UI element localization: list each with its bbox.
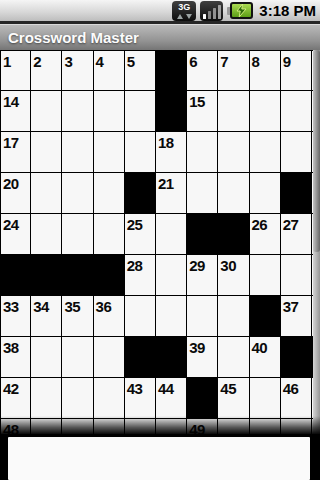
black-cell [31,255,62,296]
grid-cell[interactable]: 28 [125,255,156,296]
grid-cell[interactable]: 44 [156,378,187,419]
black-cell [187,214,218,255]
grid-cell[interactable]: 5 [125,50,156,91]
bottom-fade-overlay [0,416,320,435]
grid-cell[interactable] [31,91,62,132]
scrollbar-thumb[interactable] [313,50,320,252]
grid-cell[interactable]: 36 [94,296,125,337]
clue-number: 34 [31,296,61,314]
black-cell [218,214,249,255]
grid-cell[interactable] [218,173,249,214]
signal-strength-icon [200,1,223,21]
clue-number: 38 [1,337,30,355]
grid-cell[interactable]: 29 [187,255,218,296]
grid-cell[interactable]: 38 [0,337,31,378]
grid-cell[interactable] [125,296,156,337]
grid-cell[interactable] [62,132,93,173]
clue-number: 29 [187,255,217,273]
clue-number: 14 [1,91,30,109]
grid-cell[interactable]: 26 [250,214,281,255]
grid-cell[interactable] [281,132,312,173]
clue-number: 35 [62,296,92,314]
grid-cell[interactable]: 34 [31,296,62,337]
grid-cell[interactable]: 46 [281,378,312,419]
grid-cell[interactable]: 45 [218,378,249,419]
grid-cell[interactable] [62,91,93,132]
grid-cell[interactable]: 3 [62,50,93,91]
clue-number: 18 [156,132,186,150]
grid-cell[interactable]: 37 [281,296,312,337]
grid-cell[interactable] [218,296,249,337]
battery-charging-icon [227,1,253,21]
clue-number: 26 [250,214,280,232]
clue-number: 40 [250,337,280,355]
clue-number: 5 [125,51,155,69]
grid-cell[interactable] [94,173,125,214]
grid-cell[interactable]: 4 [94,50,125,91]
black-cell [125,337,156,378]
black-cell [281,337,312,378]
grid-cell[interactable]: 25 [125,214,156,255]
grid-cell[interactable]: 2 [31,50,62,91]
clue-number: 30 [218,255,248,273]
black-cell [0,255,31,296]
grid-cell[interactable] [250,132,281,173]
grid-cell[interactable]: 43 [125,378,156,419]
grid-cell[interactable] [31,173,62,214]
clue-number: 17 [1,132,30,150]
grid-cell[interactable]: 30 [218,255,249,296]
grid-cell[interactable] [156,214,187,255]
grid-cell[interactable] [94,378,125,419]
mobile-data-3g-icon: 3G [172,1,196,21]
clue-number: 21 [156,173,186,191]
grid-cell[interactable]: 9 [281,50,312,91]
data-arrows-icon [177,14,192,19]
grid-cell[interactable]: 21 [156,173,187,214]
grid-cell[interactable] [218,132,249,173]
grid-cell[interactable] [62,378,93,419]
grid-cell[interactable] [187,296,218,337]
grid-cell[interactable] [94,132,125,173]
grid-cell[interactable]: 7 [218,50,249,91]
3g-label: 3G [178,3,190,12]
black-cell [94,255,125,296]
grid-cell[interactable]: 8 [250,50,281,91]
grid-cell[interactable] [31,214,62,255]
app-screen: 3G 3:18 PM Crossword Master 1234567891 [0,0,320,480]
grid-cell[interactable] [125,91,156,132]
black-cell [250,296,281,337]
grid-cell[interactable] [218,91,249,132]
grid-cell[interactable] [250,91,281,132]
clue-number: 42 [1,378,30,396]
grid-cell[interactable] [94,91,125,132]
scrollbar-track[interactable] [313,50,320,434]
clue-number: 25 [125,214,155,232]
black-cell [156,91,187,132]
grid-cell[interactable] [250,255,281,296]
clue-number: 15 [187,91,217,109]
grid-cell[interactable] [156,296,187,337]
title-bar: Crossword Master [0,24,320,50]
clue-number: 28 [125,255,155,273]
grid-cell[interactable]: 40 [250,337,281,378]
answer-input[interactable] [8,437,310,480]
grid-viewport[interactable]: 1234567891014151718202122242526272829303… [0,50,320,435]
grid-cell[interactable]: 42 [0,378,31,419]
grid-cell[interactable]: 14 [0,91,31,132]
clue-number: 20 [1,173,30,191]
grid-cell[interactable]: 17 [0,132,31,173]
clock: 3:18 PM [259,3,316,18]
black-cell [156,50,187,91]
clue-number: 45 [218,378,248,396]
grid-cell[interactable] [94,214,125,255]
lightning-bolt-icon [236,4,247,17]
black-cell [62,255,93,296]
grid-cell[interactable] [94,337,125,378]
black-cell [156,337,187,378]
grid-cell[interactable] [31,378,62,419]
clue-number: 39 [187,337,217,355]
black-cell [281,173,312,214]
clue-number: 4 [94,51,124,69]
clue-number: 37 [281,296,311,314]
grid-cell[interactable] [156,255,187,296]
clue-number: 3 [62,51,92,69]
black-cell [187,378,218,419]
clue-number: 27 [281,214,311,232]
clue-number: 44 [156,378,186,396]
grid-cell[interactable] [187,173,218,214]
grid-cell[interactable] [125,132,156,173]
status-bar: 3G 3:18 PM [0,0,320,24]
grid-cell[interactable] [218,337,249,378]
grid-cell[interactable]: 20 [0,173,31,214]
grid-cell[interactable] [62,173,93,214]
grid-cell[interactable] [62,337,93,378]
page-title: Crossword Master [8,30,139,45]
clue-number: 46 [281,378,311,396]
clue-number: 24 [1,214,30,232]
grid-cell[interactable] [31,337,62,378]
grid-cell[interactable]: 24 [0,214,31,255]
clue-number: 1 [1,51,30,69]
clue-number: 36 [94,296,124,314]
grid-cell[interactable]: 1 [0,50,31,91]
grid-cell[interactable] [250,378,281,419]
black-cell [125,173,156,214]
answer-panel [0,434,320,480]
grid-cell[interactable]: 15 [187,91,218,132]
grid-cell[interactable]: 33 [0,296,31,337]
grid-cell[interactable] [31,132,62,173]
clue-number: 43 [125,378,155,396]
clue-number: 6 [187,51,217,69]
grid-cell[interactable] [187,132,218,173]
grid-cell[interactable] [62,214,93,255]
grid-cell[interactable] [281,255,312,296]
grid-cell[interactable]: 35 [62,296,93,337]
clue-number: 33 [1,296,30,314]
clue-number: 7 [218,51,248,69]
clue-number: 8 [250,51,280,69]
grid-cell[interactable]: 18 [156,132,187,173]
grid-cell[interactable] [250,173,281,214]
clue-number: 9 [281,51,311,69]
grid-cell[interactable]: 27 [281,214,312,255]
grid-cell[interactable]: 6 [187,50,218,91]
crossword-grid: 1234567891014151718202122242526272829303… [0,50,320,435]
grid-cell[interactable]: 39 [187,337,218,378]
clue-number: 2 [31,51,61,69]
grid-cell[interactable] [281,91,312,132]
